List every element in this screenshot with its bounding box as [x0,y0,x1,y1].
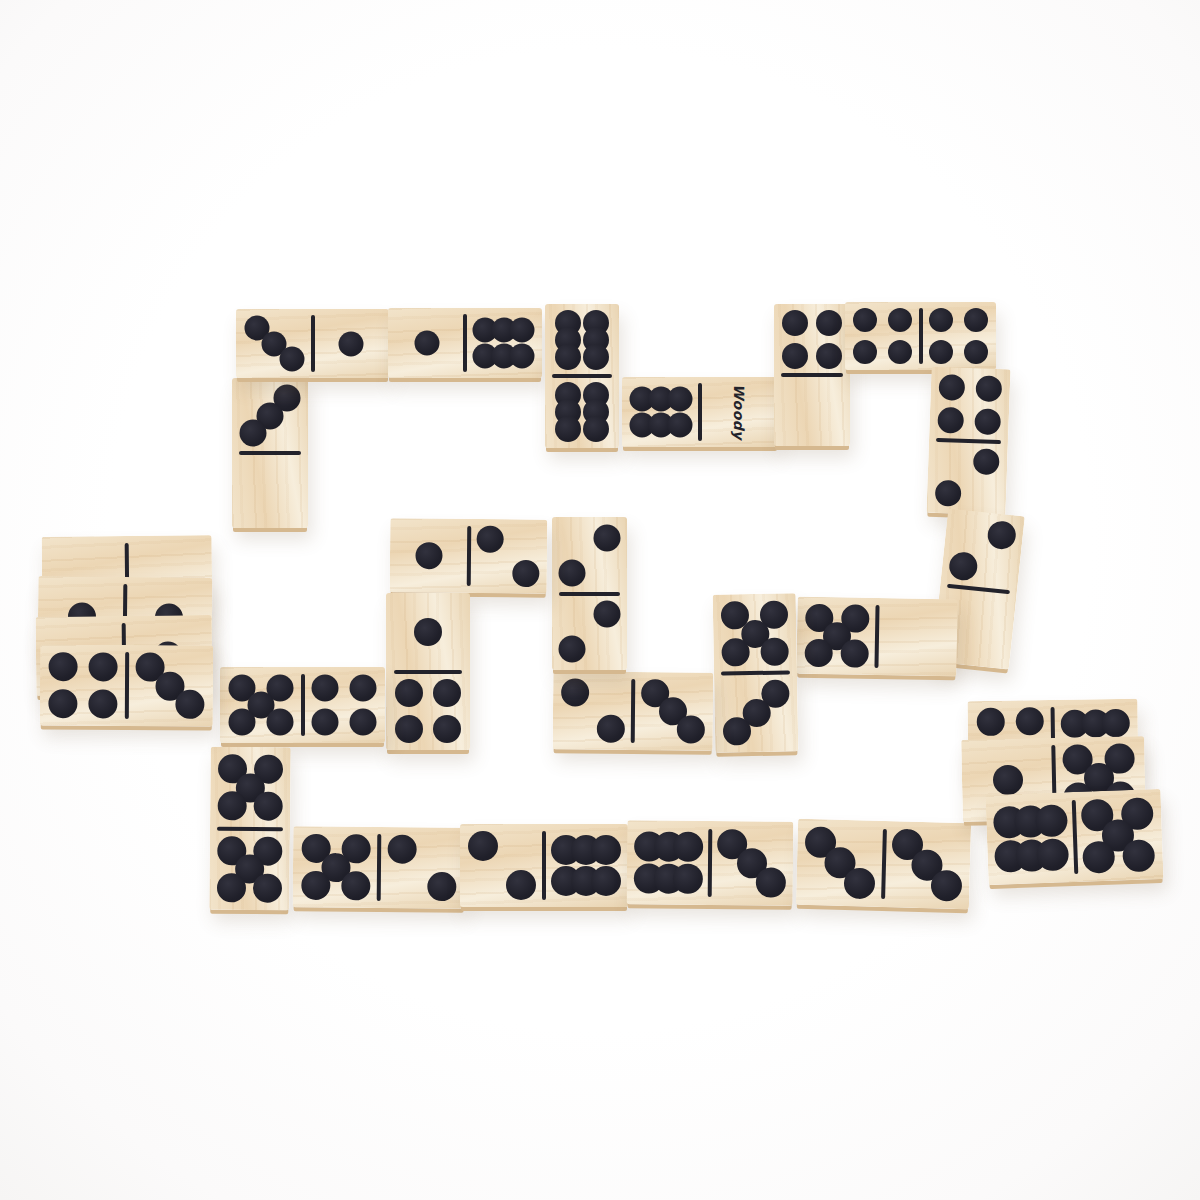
domino-4-3[interactable] [40,645,213,727]
pip [89,652,118,681]
divider-line [301,674,305,736]
pip [816,343,842,369]
half-b [386,672,470,751]
pip [888,340,912,364]
pip [1036,838,1069,871]
pip [975,375,1002,402]
pip [559,636,586,663]
pip [1035,804,1068,837]
pip [964,308,988,332]
half-b: Woody [700,377,778,447]
pip [673,864,703,894]
pip [49,689,78,718]
pip [1082,840,1115,873]
divider-line [542,831,546,899]
pip [509,317,534,342]
divider-line [708,829,713,898]
pip [930,870,962,902]
pip [948,551,979,582]
pip [597,715,625,743]
pip [433,679,461,707]
domino-3-3[interactable] [796,819,971,909]
half-b [465,308,542,378]
domino-4-0[interactable] [774,304,850,446]
pip [338,331,363,356]
pip [939,374,966,401]
half-a [236,309,313,378]
divider-line [239,451,301,455]
pip [509,344,534,369]
pip [992,765,1023,796]
half-b [544,824,628,907]
half-a [796,597,877,675]
half-b [232,453,308,528]
pip [279,347,304,372]
divider-line [559,592,621,596]
pip [782,343,808,369]
pip [583,344,609,370]
pip [311,709,338,736]
half-b [468,519,547,594]
divider-line [394,670,463,674]
half-b [313,309,390,378]
pip [964,340,988,364]
half-b [1073,789,1164,882]
pip [229,709,256,736]
woody-brand-logo: Woody [731,384,747,440]
pip [311,674,338,701]
domino-5-4[interactable] [220,667,385,743]
domino-3-0[interactable] [232,378,308,528]
pip [816,310,842,336]
pip [427,872,456,901]
half-a [627,820,711,905]
pip [512,560,539,587]
divider-line [698,383,702,440]
pip [1016,707,1044,735]
pip [395,679,423,707]
pip [555,344,581,370]
half-a [220,667,303,743]
half-b [774,375,850,446]
pip [929,308,953,332]
pip [416,542,443,569]
pip [468,831,498,861]
divider-line [217,826,283,831]
half-a [293,826,380,908]
pip [593,601,620,628]
pip [974,408,1001,435]
half-a [390,518,469,593]
half-a [460,824,544,907]
domino-6-5[interactable] [985,789,1163,885]
pip [987,520,1018,551]
pip [591,835,621,865]
domino-3-1[interactable] [236,309,389,378]
half-b [882,821,971,909]
pip [217,792,246,821]
pip [301,871,330,900]
pip [938,407,965,434]
pip [976,708,1004,736]
pip [388,834,417,863]
divider-line [463,314,467,371]
half-a [386,593,470,672]
half-b [921,302,997,370]
pip [414,331,439,356]
domino-6-0[interactable]: Woody [622,377,778,447]
pip [973,448,1000,475]
half-b [710,821,794,906]
half-b [545,376,619,448]
pip [722,638,750,666]
pip [341,871,370,900]
domino-1-2[interactable] [390,518,548,593]
pip [433,715,461,743]
half-a [232,378,308,453]
pip [755,868,785,898]
half-b [876,598,957,676]
pip [49,652,78,681]
domino-5-5[interactable] [209,747,290,911]
domino-5-3[interactable] [713,593,799,752]
domino-2-6[interactable] [460,824,628,907]
pip [844,867,876,899]
pip [555,416,581,442]
pip [349,709,376,736]
domino-2-3[interactable] [553,671,714,750]
pip [935,480,962,507]
dominoes-board: Woody [0,0,1200,1200]
half-a [796,819,885,907]
divider-line [377,834,382,900]
half-a [845,302,921,370]
pip [888,308,912,332]
divider-line [466,526,471,587]
pip [88,689,117,718]
half-b [126,645,213,726]
pip [667,413,692,438]
half-b [303,667,386,743]
pip [583,416,609,442]
pip [267,709,294,736]
domino-5-2[interactable] [293,826,466,908]
pip [723,717,751,745]
pip [395,715,423,743]
pip [667,386,692,411]
pip [853,340,877,364]
half-a [940,508,1025,593]
half-a [985,792,1076,885]
domino-1-4[interactable] [386,593,470,750]
half-a [553,671,634,750]
half-b [552,594,627,671]
half-a [40,645,127,726]
divider-line [919,308,923,364]
domino-6-6[interactable] [545,304,619,448]
pip [506,870,536,900]
pip [1123,839,1156,872]
divider-line [124,652,128,718]
pip [349,674,376,701]
half-a [929,367,1010,443]
half-a [552,517,627,594]
half-b [209,828,290,910]
pip [476,526,503,553]
half-b [926,440,1007,516]
pip [591,866,621,896]
pip [853,308,877,332]
pip [175,690,204,719]
pip [239,419,266,446]
pip [254,792,283,821]
pip [677,715,705,743]
half-a [622,377,700,447]
divider-line [631,679,636,743]
divider-line [552,374,613,378]
half-a [774,304,850,375]
pip [593,524,620,551]
pip [782,310,808,336]
pip [559,559,586,586]
domino-4-4[interactable] [845,302,996,370]
half-b [633,672,714,751]
half-b [714,672,798,752]
pip [1101,709,1129,737]
half-a [545,304,619,376]
pip [929,340,953,364]
pip [841,640,869,668]
pip [673,832,703,862]
pip [216,873,245,902]
half-a [388,308,465,378]
pip [760,637,788,665]
domino-6-3[interactable] [627,820,794,905]
half-a [210,747,291,829]
divider-line [781,373,843,377]
half-a [713,593,797,673]
pip [253,874,282,903]
pip [804,639,832,667]
domino-4-2[interactable] [926,367,1010,516]
domino-1-6[interactable] [388,308,542,378]
domino-2-2[interactable] [552,517,627,670]
half-b [379,827,466,909]
pip [414,618,442,646]
divider-line [311,315,315,372]
pip [561,678,589,706]
domino-5-0[interactable] [796,597,957,677]
